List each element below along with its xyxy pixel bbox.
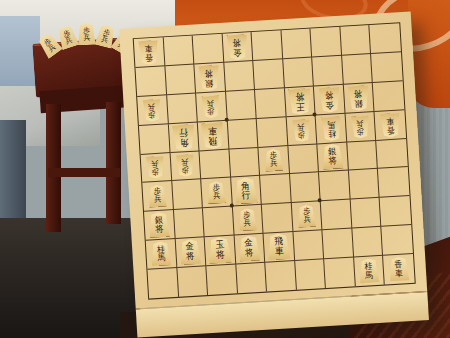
board-cell-r9c1[interactable] xyxy=(147,268,178,299)
scene: 歩兵歩兵歩兵歩兵歩兵 香車金将銀将歩兵歩兵王将金将銀将角行飛車歩兵桂馬歩兵香車歩… xyxy=(0,0,450,338)
dark-floor xyxy=(0,218,140,338)
board-cell-r6c5[interactable] xyxy=(260,174,291,205)
sente-piece-角行[interactable]: 角行 xyxy=(233,177,258,204)
board-cell-r1c2[interactable] xyxy=(163,36,194,67)
board-cell-r3c1[interactable]: 歩兵 xyxy=(137,95,168,126)
board-cell-r6c8[interactable] xyxy=(349,169,380,200)
board-cell-r7c3[interactable] xyxy=(203,207,234,238)
board-grid: 香車金将銀将歩兵歩兵王将金将銀将角行飛車歩兵桂馬歩兵香車歩兵歩兵歩兵銀将歩兵歩兵… xyxy=(133,22,416,299)
board-cell-r3c2[interactable] xyxy=(167,93,198,124)
board-cell-r8c8[interactable] xyxy=(352,227,383,258)
sente-piece-歩兵[interactable]: 歩兵 xyxy=(206,181,226,204)
board-cell-r4c6[interactable]: 歩兵 xyxy=(286,115,317,146)
sente-piece-玉将[interactable]: 玉将 xyxy=(207,236,232,263)
board-cell-r7c9[interactable] xyxy=(380,196,411,227)
sente-piece-金将[interactable]: 金将 xyxy=(179,239,202,265)
board-cell-r8c7[interactable] xyxy=(323,229,354,260)
board-cell-r8c6[interactable] xyxy=(293,230,324,261)
board-cell-r5c3[interactable] xyxy=(200,149,231,180)
board-cell-r5c8[interactable] xyxy=(347,140,378,171)
board-cell-r6c1[interactable]: 歩兵 xyxy=(142,182,173,213)
board-cell-r2c6[interactable] xyxy=(283,57,314,88)
board-cell-r1c1[interactable]: 香車 xyxy=(134,37,165,68)
board-cell-r9c3[interactable] xyxy=(206,265,237,296)
board-cell-r1c5[interactable] xyxy=(252,30,283,61)
board-cell-r7c5[interactable] xyxy=(262,203,293,234)
board-cell-r9c5[interactable] xyxy=(265,261,296,292)
board-cell-r6c2[interactable] xyxy=(172,180,203,211)
sente-piece-桂馬[interactable]: 桂馬 xyxy=(150,241,172,266)
sente-piece-桂馬[interactable]: 桂馬 xyxy=(358,258,380,283)
gote-piece-香車[interactable]: 香車 xyxy=(379,112,401,137)
board-cell-r5c5[interactable]: 歩兵 xyxy=(259,146,290,177)
board-cell-r4c1[interactable] xyxy=(139,124,170,155)
board-cell-r6c6[interactable] xyxy=(290,173,321,204)
board-cell-r4c8[interactable]: 歩兵 xyxy=(345,112,376,143)
sente-piece-香車[interactable]: 香車 xyxy=(388,256,410,281)
board-cell-r1c4[interactable]: 金将 xyxy=(222,32,253,63)
gote-piece-銀将[interactable]: 銀将 xyxy=(347,85,370,111)
board-cell-r3c3[interactable]: 歩兵 xyxy=(196,91,227,122)
gote-piece-銀将[interactable]: 銀将 xyxy=(198,65,221,91)
board-cell-r5c2[interactable]: 歩兵 xyxy=(170,151,201,182)
gote-piece-歩兵[interactable]: 歩兵 xyxy=(201,95,221,118)
board-cell-r6c7[interactable] xyxy=(319,171,350,202)
board-cell-r2c8[interactable] xyxy=(342,54,373,85)
board-cell-r1c7[interactable] xyxy=(311,27,342,58)
sente-piece-歩兵[interactable]: 歩兵 xyxy=(237,208,257,231)
gote-piece-歩兵[interactable]: 歩兵 xyxy=(142,99,162,122)
sente-piece-金将[interactable]: 金将 xyxy=(238,235,261,261)
sente-piece-飛車[interactable]: 飛車 xyxy=(266,233,291,260)
board-cell-r9c7[interactable] xyxy=(324,258,355,289)
gote-piece-飛車[interactable]: 飛車 xyxy=(200,122,225,149)
board-cell-r6c9[interactable] xyxy=(378,167,409,198)
board-cell-r2c4[interactable] xyxy=(224,61,255,92)
board-cell-r7c4[interactable]: 歩兵 xyxy=(233,205,264,236)
board-cell-r3c5[interactable] xyxy=(255,88,286,119)
board-cell-r3c4[interactable] xyxy=(226,90,257,121)
gote-piece-歩兵[interactable]: 歩兵 xyxy=(350,115,370,138)
gote-piece-歩兵[interactable]: 歩兵 xyxy=(291,119,311,142)
board-cell-r9c2[interactable] xyxy=(177,266,208,297)
board-cell-r2c3[interactable]: 銀将 xyxy=(194,63,225,94)
board-cell-r3c9[interactable] xyxy=(373,81,404,112)
board-cell-r9c4[interactable] xyxy=(236,263,267,294)
board-cell-r8c2[interactable]: 金将 xyxy=(175,237,206,268)
sente-piece-歩兵[interactable]: 歩兵 xyxy=(147,184,167,207)
board-cell-r8c9[interactable] xyxy=(382,225,413,256)
board-cell-r2c9[interactable] xyxy=(371,52,402,83)
board-cell-r7c6[interactable]: 歩兵 xyxy=(292,202,323,233)
board-cell-r3c7[interactable]: 金将 xyxy=(314,84,345,115)
board-cell-r8c3[interactable]: 玉将 xyxy=(205,236,236,267)
board-top-surface: 香車金将銀将歩兵歩兵王将金将銀将角行飛車歩兵桂馬歩兵香車歩兵歩兵歩兵銀将歩兵歩兵… xyxy=(119,12,427,309)
board-cell-r2c7[interactable] xyxy=(312,56,343,87)
sente-piece-銀将[interactable]: 銀将 xyxy=(321,143,344,169)
board-cell-r5c4[interactable] xyxy=(229,147,260,178)
board-cell-r1c6[interactable] xyxy=(281,29,312,60)
gote-piece-歩兵[interactable]: 歩兵 xyxy=(146,156,166,179)
board-cell-r8c1[interactable]: 桂馬 xyxy=(146,239,177,270)
gote-piece-角行[interactable]: 角行 xyxy=(171,124,196,151)
board-cell-r4c4[interactable] xyxy=(227,119,258,150)
board-cell-r7c7[interactable] xyxy=(321,200,352,231)
board-cell-r3c6[interactable]: 王将 xyxy=(285,86,316,117)
board-cell-r7c2[interactable] xyxy=(174,209,205,240)
board-cell-r9c6[interactable] xyxy=(295,259,326,290)
sente-piece-歩兵[interactable]: 歩兵 xyxy=(296,204,316,227)
board-cell-r1c9[interactable] xyxy=(370,23,401,54)
shogi-board: 香車金将銀将歩兵歩兵王将金将銀将角行飛車歩兵桂馬歩兵香車歩兵歩兵歩兵銀将歩兵歩兵… xyxy=(119,12,429,337)
board-cell-r1c8[interactable] xyxy=(340,25,371,56)
board-cell-r8c4[interactable]: 金将 xyxy=(234,234,265,265)
gote-piece-王将[interactable]: 王将 xyxy=(287,88,312,115)
gote-piece-桂馬[interactable]: 桂馬 xyxy=(320,116,342,141)
gote-piece-金将[interactable]: 金将 xyxy=(226,34,249,60)
board-cell-r8c5[interactable]: 飛車 xyxy=(264,232,295,263)
board-cell-r2c5[interactable] xyxy=(253,59,284,90)
board-cell-r3c8[interactable]: 銀将 xyxy=(344,83,375,114)
board-cell-r9c9[interactable]: 香車 xyxy=(383,254,414,285)
gote-piece-歩兵[interactable]: 歩兵 xyxy=(175,155,195,178)
board-cell-r9c8[interactable]: 桂馬 xyxy=(354,256,385,287)
sente-piece-銀将[interactable]: 銀将 xyxy=(147,212,170,238)
board-cell-r5c7[interactable]: 銀将 xyxy=(318,142,349,173)
board-cell-r4c9[interactable]: 香車 xyxy=(375,110,406,141)
board-cell-r6c4[interactable]: 角行 xyxy=(231,176,262,207)
gote-piece-香車[interactable]: 香車 xyxy=(138,40,160,65)
board-cell-r4c2[interactable]: 角行 xyxy=(168,122,199,153)
board-cell-r7c1[interactable]: 銀将 xyxy=(144,210,175,241)
board-cell-r5c6[interactable] xyxy=(288,144,319,175)
board-cell-r2c1[interactable] xyxy=(135,66,166,97)
board-cell-r4c3[interactable]: 飛車 xyxy=(198,120,229,151)
board-cell-r7c8[interactable] xyxy=(351,198,382,229)
sente-piece-歩兵[interactable]: 歩兵 xyxy=(264,148,284,171)
board-cell-r4c7[interactable]: 桂馬 xyxy=(316,113,347,144)
board-cell-r5c9[interactable] xyxy=(377,139,408,170)
board-cell-r5c1[interactable]: 歩兵 xyxy=(141,153,172,184)
board-cell-r1c3[interactable] xyxy=(193,34,224,65)
stool-leg-right xyxy=(106,102,121,224)
stool-stretcher-bar xyxy=(48,168,120,177)
board-cell-r4c5[interactable] xyxy=(257,117,288,148)
board-cell-r6c3[interactable]: 歩兵 xyxy=(201,178,232,209)
gote-piece-金将[interactable]: 金将 xyxy=(318,87,341,113)
board-cell-r2c2[interactable] xyxy=(165,64,196,95)
